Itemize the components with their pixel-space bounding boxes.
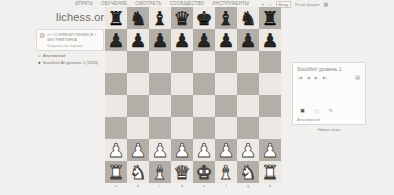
white-q-piece: ♛ bbox=[173, 161, 190, 183]
square-h2[interactable]: ♟ bbox=[259, 139, 281, 161]
square-c3[interactable] bbox=[149, 117, 171, 139]
square-c1[interactable]: ♝ bbox=[149, 161, 171, 183]
black-q-piece: ♛ bbox=[173, 7, 190, 29]
white-n-piece: ♞ bbox=[239, 161, 256, 183]
square-e8[interactable]: ♚ bbox=[193, 7, 215, 29]
square-a8[interactable]: ♜ bbox=[105, 7, 127, 29]
nav-link-инструменты[interactable]: Инструменты bbox=[212, 1, 249, 6]
black-p-piece: ♟ bbox=[107, 29, 124, 51]
analysis-board-icon[interactable]: ▤ bbox=[355, 74, 360, 80]
square-b3[interactable] bbox=[127, 117, 149, 139]
offer-draw-button[interactable]: ½ bbox=[314, 108, 319, 114]
square-d2[interactable]: ♟ bbox=[171, 139, 193, 161]
square-g1[interactable]: ♞ bbox=[237, 161, 259, 183]
file-labels: abcdefgh bbox=[105, 184, 281, 188]
file-label-c: c bbox=[149, 184, 171, 188]
square-g8[interactable]: ♞ bbox=[237, 7, 259, 29]
square-a7[interactable]: ♟ bbox=[105, 29, 127, 51]
nav-link-обучение[interactable]: Обучение bbox=[101, 1, 127, 6]
black-b-piece: ♝ bbox=[151, 7, 168, 29]
square-e7[interactable]: ♟ bbox=[193, 29, 215, 51]
replay-nav: |◀◀▶▶|▤ bbox=[293, 73, 365, 81]
square-d4[interactable] bbox=[171, 95, 193, 117]
black-p-piece: ♟ bbox=[261, 29, 278, 51]
square-e5[interactable] bbox=[193, 73, 215, 95]
square-f5[interactable] bbox=[215, 73, 237, 95]
nav-link-смотреть[interactable]: Смотреть bbox=[135, 1, 162, 6]
round-panel: Stockfish уровень 1 |◀◀▶▶|▤ ✖½⚑ Анонимны… bbox=[292, 62, 366, 125]
white-r-piece: ♜ bbox=[261, 161, 278, 183]
black-r-piece: ♜ bbox=[261, 7, 278, 29]
black-p-piece: ♟ bbox=[239, 29, 256, 51]
player-color-icon: ● bbox=[38, 60, 41, 65]
move-list bbox=[293, 81, 365, 107]
white-p-piece: ♟ bbox=[239, 139, 256, 161]
white-p-piece: ♟ bbox=[195, 139, 212, 161]
player-list: ○Анонимный●Stockfish AI уровень 1 (1350) bbox=[38, 53, 98, 66]
square-f3[interactable] bbox=[215, 117, 237, 139]
first-move-button[interactable]: |◀ bbox=[298, 75, 302, 80]
white-n-piece: ♞ bbox=[129, 161, 146, 183]
square-a6[interactable] bbox=[105, 51, 127, 73]
square-g6[interactable] bbox=[237, 51, 259, 73]
file-label-h: h bbox=[259, 184, 281, 188]
black-k-piece: ♚ bbox=[195, 7, 212, 29]
white-p-piece: ♟ bbox=[173, 139, 190, 161]
prev-move-button[interactable]: ◀ bbox=[307, 75, 310, 80]
nav-link-сообщество[interactable]: Сообщество bbox=[170, 1, 205, 6]
file-label-f: f bbox=[215, 184, 237, 188]
square-c2[interactable]: ♟ bbox=[149, 139, 171, 161]
black-n-piece: ♞ bbox=[239, 7, 256, 29]
square-e2[interactable]: ♟ bbox=[193, 139, 215, 161]
square-a3[interactable] bbox=[105, 117, 127, 139]
square-d7[interactable]: ♟ bbox=[171, 29, 193, 51]
square-c7[interactable]: ♟ bbox=[149, 29, 171, 51]
site-logo[interactable]: lichess.org bbox=[56, 11, 111, 23]
square-f8[interactable]: ♝ bbox=[215, 7, 237, 29]
square-e1[interactable]: ♚ bbox=[193, 161, 215, 183]
black-n-piece: ♞ bbox=[129, 7, 146, 29]
white-b-piece: ♝ bbox=[151, 161, 168, 183]
square-g2[interactable]: ♟ bbox=[237, 139, 259, 161]
player-row[interactable]: ○Анонимный bbox=[38, 53, 98, 58]
chess-board: ♜♞♝♛♚♝♞♜♟♟♟♟♟♟♟♟♟♟♟♟♟♟♟♟♜♞♝♛♚♝♞♜ bbox=[105, 7, 281, 183]
square-b5[interactable] bbox=[127, 73, 149, 95]
square-h1[interactable]: ♜ bbox=[259, 161, 281, 183]
square-a2[interactable]: ♟ bbox=[105, 139, 127, 161]
square-h7[interactable]: ♟ bbox=[259, 29, 281, 51]
square-g3[interactable] bbox=[237, 117, 259, 139]
square-d1[interactable]: ♛ bbox=[171, 161, 193, 183]
register-link[interactable]: Регистрация bbox=[295, 2, 319, 7]
square-a5[interactable] bbox=[105, 73, 127, 95]
square-e4[interactable] bbox=[193, 95, 215, 117]
white-p-piece: ♟ bbox=[129, 139, 146, 161]
file-label-e: e bbox=[193, 184, 215, 188]
white-p-piece: ♟ bbox=[217, 139, 234, 161]
white-r-piece: ♜ bbox=[107, 161, 124, 183]
next-move-button[interactable]: ▶ bbox=[315, 75, 318, 80]
black-b-piece: ♝ bbox=[217, 7, 234, 29]
square-h4[interactable] bbox=[259, 95, 281, 117]
file-label-d: d bbox=[171, 184, 193, 188]
main-nav: ИгратьОбучениеСмотретьСообществоИнструме… bbox=[75, 1, 249, 6]
nav-link-играть[interactable]: Играть bbox=[75, 1, 93, 6]
square-g7[interactable]: ♟ bbox=[237, 29, 259, 51]
square-b6[interactable] bbox=[127, 51, 149, 73]
square-c4[interactable] bbox=[149, 95, 171, 117]
square-g4[interactable] bbox=[237, 95, 259, 117]
square-g5[interactable] bbox=[237, 73, 259, 95]
square-b2[interactable]: ♟ bbox=[127, 139, 149, 161]
square-f2[interactable]: ♟ bbox=[215, 139, 237, 161]
square-b7[interactable]: ♟ bbox=[127, 29, 149, 51]
black-p-piece: ♟ bbox=[129, 29, 146, 51]
square-f6[interactable] bbox=[215, 51, 237, 73]
opponent-name: Stockfish уровень 1 bbox=[293, 63, 365, 73]
black-r-piece: ♜ bbox=[107, 7, 124, 29]
square-b4[interactable] bbox=[127, 95, 149, 117]
square-c6[interactable] bbox=[149, 51, 171, 73]
file-label-b: b bbox=[127, 184, 149, 188]
white-p-piece: ♟ bbox=[261, 139, 278, 161]
black-p-piece: ♟ bbox=[151, 29, 168, 51]
black-p-piece: ♟ bbox=[173, 29, 190, 51]
square-a4[interactable] bbox=[105, 95, 127, 117]
square-f4[interactable] bbox=[215, 95, 237, 117]
new-game-button[interactable]: Новая игра bbox=[292, 127, 366, 132]
game-actions: ✖½⚑ bbox=[293, 107, 365, 114]
square-d3[interactable] bbox=[171, 117, 193, 139]
square-d5[interactable] bbox=[171, 73, 193, 95]
square-h8[interactable]: ♜ bbox=[259, 7, 281, 29]
white-p-piece: ♟ bbox=[107, 139, 124, 161]
square-h3[interactable] bbox=[259, 117, 281, 139]
player-name-text: Анонимный bbox=[43, 53, 66, 58]
grid-icon[interactable]: ▦ bbox=[324, 0, 329, 8]
square-h6[interactable] bbox=[259, 51, 281, 73]
white-p-piece: ♟ bbox=[151, 139, 168, 161]
game-mode-text: ∞ • CORRESPONDENCE • БЕЗ РЕЙТИНГА bbox=[47, 32, 101, 42]
square-e3[interactable] bbox=[193, 117, 215, 139]
square-e6[interactable] bbox=[193, 51, 215, 73]
game-info-box: ⚙ ∞ • CORRESPONDENCE • БЕЗ РЕЙТИНГА Казу… bbox=[36, 29, 104, 51]
game-variant-text: Казуальная партия bbox=[47, 43, 101, 48]
file-label-g: g bbox=[237, 184, 259, 188]
last-move-button[interactable]: ▶| bbox=[323, 75, 327, 80]
player-name: Анонимный bbox=[293, 114, 365, 124]
abort-button[interactable]: ✖ bbox=[300, 107, 305, 114]
correspondence-icon: ⚙ bbox=[39, 32, 45, 48]
square-b8[interactable]: ♞ bbox=[127, 7, 149, 29]
player-name-text: Stockfish AI уровень 1 (1350) bbox=[43, 60, 99, 65]
black-p-piece: ♟ bbox=[217, 29, 234, 51]
square-b1[interactable]: ♞ bbox=[127, 161, 149, 183]
square-d6[interactable] bbox=[171, 51, 193, 73]
white-b-piece: ♝ bbox=[217, 161, 234, 183]
player-row[interactable]: ●Stockfish AI уровень 1 (1350) bbox=[38, 60, 98, 65]
square-c5[interactable] bbox=[149, 73, 171, 95]
square-f7[interactable]: ♟ bbox=[215, 29, 237, 51]
square-f1[interactable]: ♝ bbox=[215, 161, 237, 183]
player-color-icon: ○ bbox=[38, 53, 41, 58]
square-h5[interactable] bbox=[259, 73, 281, 95]
square-a1[interactable]: ♜ bbox=[105, 161, 127, 183]
square-c8[interactable]: ♝ bbox=[149, 7, 171, 29]
resign-button[interactable]: ⚑ bbox=[328, 107, 333, 114]
square-d8[interactable]: ♛ bbox=[171, 7, 193, 29]
white-k-piece: ♚ bbox=[195, 161, 212, 183]
file-label-a: a bbox=[105, 184, 127, 188]
black-p-piece: ♟ bbox=[195, 29, 212, 51]
